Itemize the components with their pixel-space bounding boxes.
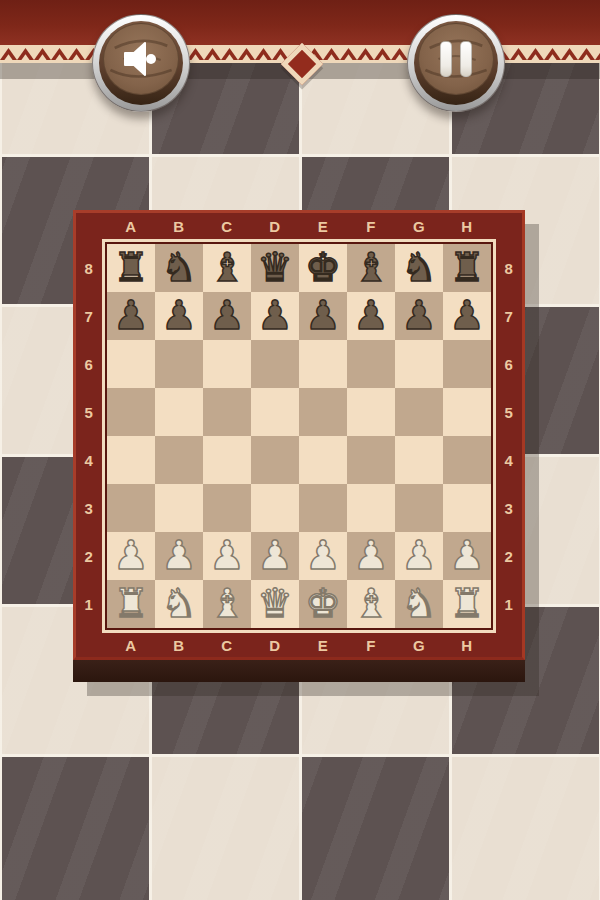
- square-d7[interactable]: ♟: [251, 292, 299, 340]
- square-f6[interactable]: [347, 340, 395, 388]
- rank-label-5: 5: [76, 388, 102, 436]
- square-e1[interactable]: ♚: [299, 580, 347, 628]
- white-pawn[interactable]: ♟: [161, 535, 197, 575]
- square-e3[interactable]: [299, 484, 347, 532]
- black-rook[interactable]: ♜: [113, 247, 149, 287]
- square-h5[interactable]: [443, 388, 491, 436]
- rank-label-7: 7: [76, 292, 102, 340]
- square-g8[interactable]: ♞: [395, 244, 443, 292]
- file-label-d: D: [251, 213, 299, 239]
- square-b7[interactable]: ♟: [155, 292, 203, 340]
- square-b1[interactable]: ♞: [155, 580, 203, 628]
- white-pawn[interactable]: ♟: [353, 535, 389, 575]
- square-c4[interactable]: [203, 436, 251, 484]
- file-label-c: C: [203, 213, 251, 239]
- file-label-g: G: [395, 213, 443, 239]
- file-label-a: A: [107, 213, 155, 239]
- square-c1[interactable]: ♝: [203, 580, 251, 628]
- square-b5[interactable]: [155, 388, 203, 436]
- black-pawn[interactable]: ♟: [449, 295, 485, 335]
- square-f5[interactable]: [347, 388, 395, 436]
- white-pawn[interactable]: ♟: [401, 535, 437, 575]
- square-c2[interactable]: ♟: [203, 532, 251, 580]
- file-label-b: B: [155, 213, 203, 239]
- white-pawn[interactable]: ♟: [209, 535, 245, 575]
- rank-label-6: 6: [496, 340, 522, 388]
- square-a8[interactable]: ♜: [107, 244, 155, 292]
- square-h8[interactable]: ♜: [443, 244, 491, 292]
- rank-labels-left: 87654321: [76, 244, 102, 628]
- square-f2[interactable]: ♟: [347, 532, 395, 580]
- square-a5[interactable]: [107, 388, 155, 436]
- board-inner-border: ♜♞♝♛♚♝♞♜♟♟♟♟♟♟♟♟♟♟♟♟♟♟♟♟♜♞♝♛♚♝♞♜: [102, 239, 496, 633]
- square-a1[interactable]: ♜: [107, 580, 155, 628]
- board-side-face: [73, 660, 525, 682]
- white-rook[interactable]: ♜: [113, 583, 149, 623]
- board-grid: ♜♞♝♛♚♝♞♜♟♟♟♟♟♟♟♟♟♟♟♟♟♟♟♟♜♞♝♛♚♝♞♜: [107, 244, 491, 628]
- rank-label-1: 1: [496, 580, 522, 628]
- file-label-e: E: [299, 633, 347, 657]
- square-b3[interactable]: [155, 484, 203, 532]
- square-g6[interactable]: [395, 340, 443, 388]
- square-g2[interactable]: ♟: [395, 532, 443, 580]
- black-knight[interactable]: ♞: [161, 247, 197, 287]
- black-pawn[interactable]: ♟: [209, 295, 245, 335]
- white-pawn[interactable]: ♟: [305, 535, 341, 575]
- square-h1[interactable]: ♜: [443, 580, 491, 628]
- file-label-d: D: [251, 633, 299, 657]
- square-a2[interactable]: ♟: [107, 532, 155, 580]
- square-a6[interactable]: [107, 340, 155, 388]
- white-knight[interactable]: ♞: [401, 583, 437, 623]
- black-knight[interactable]: ♞: [401, 247, 437, 287]
- square-c6[interactable]: [203, 340, 251, 388]
- rank-label-3: 3: [76, 484, 102, 532]
- pause-bar: [460, 41, 472, 77]
- white-bishop[interactable]: ♝: [209, 583, 245, 623]
- black-pawn[interactable]: ♟: [353, 295, 389, 335]
- file-label-f: F: [347, 633, 395, 657]
- header-banner: [0, 0, 600, 62]
- file-labels-bottom: ABCDEFGH: [107, 633, 491, 657]
- rank-label-6: 6: [76, 340, 102, 388]
- black-pawn[interactable]: ♟: [401, 295, 437, 335]
- pause-bar: [440, 41, 452, 77]
- square-c3[interactable]: [203, 484, 251, 532]
- square-d1[interactable]: ♛: [251, 580, 299, 628]
- rank-labels-right: 87654321: [496, 244, 522, 628]
- square-d5[interactable]: [251, 388, 299, 436]
- header-red-band: [0, 0, 600, 45]
- square-h7[interactable]: ♟: [443, 292, 491, 340]
- rank-label-2: 2: [76, 532, 102, 580]
- white-knight[interactable]: ♞: [161, 583, 197, 623]
- square-a4[interactable]: [107, 436, 155, 484]
- square-h6[interactable]: [443, 340, 491, 388]
- square-b6[interactable]: [155, 340, 203, 388]
- square-g4[interactable]: [395, 436, 443, 484]
- square-f4[interactable]: [347, 436, 395, 484]
- file-labels-top: ABCDEFGH: [107, 213, 491, 239]
- file-label-g: G: [395, 633, 443, 657]
- white-bishop[interactable]: ♝: [353, 583, 389, 623]
- black-pawn[interactable]: ♟: [161, 295, 197, 335]
- square-b2[interactable]: ♟: [155, 532, 203, 580]
- square-g5[interactable]: [395, 388, 443, 436]
- rank-label-1: 1: [76, 580, 102, 628]
- black-pawn[interactable]: ♟: [305, 295, 341, 335]
- black-bishop[interactable]: ♝: [353, 247, 389, 287]
- file-label-e: E: [299, 213, 347, 239]
- speaker-icon: [93, 11, 189, 107]
- square-d3[interactable]: [251, 484, 299, 532]
- file-label-h: H: [443, 633, 491, 657]
- pause-icon: [408, 11, 504, 107]
- square-f3[interactable]: [347, 484, 395, 532]
- square-d8[interactable]: ♛: [251, 244, 299, 292]
- square-e6[interactable]: [299, 340, 347, 388]
- square-c7[interactable]: ♟: [203, 292, 251, 340]
- square-b8[interactable]: ♞: [155, 244, 203, 292]
- square-e5[interactable]: [299, 388, 347, 436]
- black-queen[interactable]: ♛: [257, 247, 293, 287]
- square-h3[interactable]: [443, 484, 491, 532]
- square-a7[interactable]: ♟: [107, 292, 155, 340]
- white-rook[interactable]: ♜: [449, 583, 485, 623]
- square-a3[interactable]: [107, 484, 155, 532]
- square-c8[interactable]: ♝: [203, 244, 251, 292]
- square-g7[interactable]: ♟: [395, 292, 443, 340]
- square-g1[interactable]: ♞: [395, 580, 443, 628]
- square-h4[interactable]: [443, 436, 491, 484]
- black-pawn[interactable]: ♟: [113, 295, 149, 335]
- black-pawn[interactable]: ♟: [257, 295, 293, 335]
- rank-label-7: 7: [496, 292, 522, 340]
- square-c5[interactable]: [203, 388, 251, 436]
- file-label-f: F: [347, 213, 395, 239]
- chess-board: ABCDEFGH ABCDEFGH 87654321 87654321 ♜♞♝♛…: [73, 210, 525, 682]
- rank-label-2: 2: [496, 532, 522, 580]
- file-label-a: A: [107, 633, 155, 657]
- black-bishop[interactable]: ♝: [209, 247, 245, 287]
- white-queen[interactable]: ♛: [257, 583, 293, 623]
- square-h2[interactable]: ♟: [443, 532, 491, 580]
- square-b4[interactable]: [155, 436, 203, 484]
- rank-label-4: 4: [496, 436, 522, 484]
- white-pawn[interactable]: ♟: [449, 535, 485, 575]
- square-e4[interactable]: [299, 436, 347, 484]
- square-d6[interactable]: [251, 340, 299, 388]
- square-f1[interactable]: ♝: [347, 580, 395, 628]
- file-label-c: C: [203, 633, 251, 657]
- square-f7[interactable]: ♟: [347, 292, 395, 340]
- file-label-h: H: [443, 213, 491, 239]
- white-pawn[interactable]: ♟: [257, 535, 293, 575]
- white-king[interactable]: ♚: [305, 583, 341, 623]
- rank-label-8: 8: [496, 244, 522, 292]
- rank-label-8: 8: [76, 244, 102, 292]
- page: { "game": "chess", "position": { "fen": …: [0, 0, 600, 900]
- rank-label-3: 3: [496, 484, 522, 532]
- square-d2[interactable]: ♟: [251, 532, 299, 580]
- square-f8[interactable]: ♝: [347, 244, 395, 292]
- black-rook[interactable]: ♜: [449, 247, 485, 287]
- square-g3[interactable]: [395, 484, 443, 532]
- rank-label-5: 5: [496, 388, 522, 436]
- square-e7[interactable]: ♟: [299, 292, 347, 340]
- black-king[interactable]: ♚: [305, 247, 341, 287]
- pause-button[interactable]: [407, 14, 505, 112]
- square-d4[interactable]: [251, 436, 299, 484]
- board-frame: ABCDEFGH ABCDEFGH 87654321 87654321 ♜♞♝♛…: [73, 210, 525, 660]
- square-e8[interactable]: ♚: [299, 244, 347, 292]
- square-e2[interactable]: ♟: [299, 532, 347, 580]
- rank-label-4: 4: [76, 436, 102, 484]
- file-label-b: B: [155, 633, 203, 657]
- sound-button[interactable]: [92, 14, 190, 112]
- white-pawn[interactable]: ♟: [113, 535, 149, 575]
